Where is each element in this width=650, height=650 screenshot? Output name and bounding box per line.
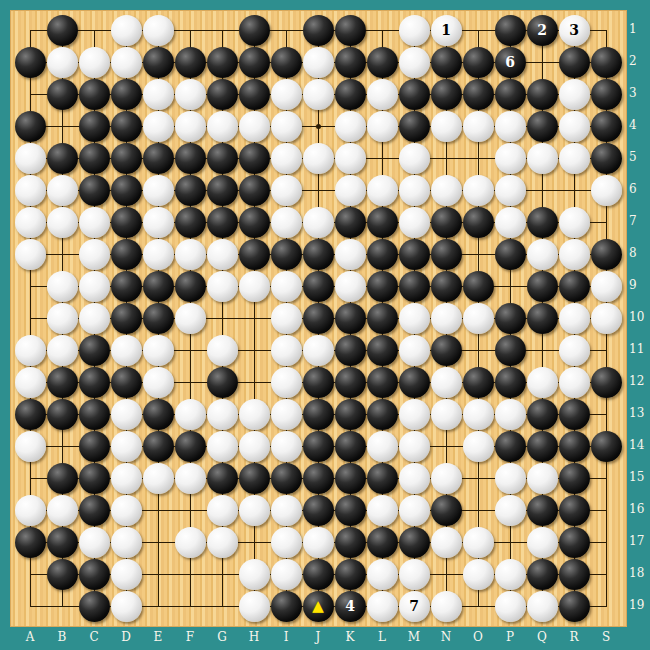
black-stone-A13[interactable] [15, 399, 46, 430]
black-stone-C15[interactable] [79, 463, 110, 494]
black-stone-R13[interactable] [559, 399, 590, 430]
black-stone-E10[interactable] [143, 303, 174, 334]
white-stone-S10[interactable] [591, 303, 622, 334]
board-intersection-Q2[interactable] [526, 46, 558, 78]
board-intersection-E19[interactable] [142, 590, 174, 622]
board-intersection-B14[interactable] [46, 430, 78, 462]
black-stone-D4[interactable] [111, 111, 142, 142]
black-stone-S2[interactable] [591, 47, 622, 78]
board-intersection-R6[interactable] [558, 174, 590, 206]
black-stone-K3[interactable] [335, 79, 366, 110]
white-stone-I7[interactable] [271, 207, 302, 238]
black-stone-J18[interactable] [303, 559, 334, 590]
white-stone-M1[interactable] [399, 15, 430, 46]
black-stone-Q16[interactable] [527, 495, 558, 526]
black-stone-D5[interactable] [111, 143, 142, 174]
white-stone-Q12[interactable] [527, 367, 558, 398]
white-stone-H18[interactable] [239, 559, 270, 590]
black-stone-I19[interactable] [271, 591, 302, 622]
black-stone-E14[interactable] [143, 431, 174, 462]
black-stone-P1[interactable] [495, 15, 526, 46]
black-stone-K14[interactable] [335, 431, 366, 462]
white-stone-D18[interactable] [111, 559, 142, 590]
white-stone-C8[interactable] [79, 239, 110, 270]
white-stone-I18[interactable] [271, 559, 302, 590]
black-stone-C3[interactable] [79, 79, 110, 110]
black-stone-J15[interactable] [303, 463, 334, 494]
black-stone-G3[interactable] [207, 79, 238, 110]
white-stone-I3[interactable] [271, 79, 302, 110]
white-stone-N12[interactable] [431, 367, 462, 398]
black-stone-F9[interactable] [175, 271, 206, 302]
black-stone-R2[interactable] [559, 47, 590, 78]
white-stone-B6[interactable] [47, 175, 78, 206]
black-stone-F14[interactable] [175, 431, 206, 462]
white-stone-F3[interactable] [175, 79, 206, 110]
black-stone-G2[interactable] [207, 47, 238, 78]
white-stone-J2[interactable] [303, 47, 334, 78]
white-stone-A14[interactable] [15, 431, 46, 462]
board-intersection-S1[interactable] [590, 14, 622, 46]
white-stone-P19[interactable] [495, 591, 526, 622]
black-stone-J10[interactable] [303, 303, 334, 334]
black-stone-J9[interactable] [303, 271, 334, 302]
white-stone-Q8[interactable] [527, 239, 558, 270]
black-stone-J8[interactable] [303, 239, 334, 270]
black-stone-O9[interactable] [463, 271, 494, 302]
black-stone-M9[interactable] [399, 271, 430, 302]
black-stone-Q10[interactable] [527, 303, 558, 334]
black-stone-J19[interactable]: ▲ [303, 591, 334, 622]
black-stone-F6[interactable] [175, 175, 206, 206]
black-stone-R15[interactable] [559, 463, 590, 494]
white-stone-C17[interactable] [79, 527, 110, 558]
board-intersection-F11[interactable] [174, 334, 206, 366]
black-stone-M12[interactable] [399, 367, 430, 398]
black-stone-N16[interactable] [431, 495, 462, 526]
black-stone-C4[interactable] [79, 111, 110, 142]
white-stone-L4[interactable] [367, 111, 398, 142]
white-stone-L16[interactable] [367, 495, 398, 526]
board-intersection-N18[interactable] [430, 558, 462, 590]
white-stone-G17[interactable] [207, 527, 238, 558]
black-stone-S14[interactable] [591, 431, 622, 462]
white-stone-B7[interactable] [47, 207, 78, 238]
white-stone-R8[interactable] [559, 239, 590, 270]
black-stone-Q18[interactable] [527, 559, 558, 590]
white-stone-N6[interactable] [431, 175, 462, 206]
white-stone-D19[interactable] [111, 591, 142, 622]
white-stone-G13[interactable] [207, 399, 238, 430]
white-stone-P15[interactable] [495, 463, 526, 494]
black-stone-D6[interactable] [111, 175, 142, 206]
white-stone-M14[interactable] [399, 431, 430, 462]
white-stone-P4[interactable] [495, 111, 526, 142]
board-intersection-O11[interactable] [462, 334, 494, 366]
white-stone-J3[interactable] [303, 79, 334, 110]
white-stone-I10[interactable] [271, 303, 302, 334]
white-stone-C2[interactable] [79, 47, 110, 78]
board-intersection-S16[interactable] [590, 494, 622, 526]
white-stone-E8[interactable] [143, 239, 174, 270]
white-stone-A8[interactable] [15, 239, 46, 270]
white-stone-F10[interactable] [175, 303, 206, 334]
white-stone-S6[interactable] [591, 175, 622, 206]
white-stone-I16[interactable] [271, 495, 302, 526]
black-stone-Q1[interactable]: 2 [527, 15, 558, 46]
board-intersection-H12[interactable] [238, 366, 270, 398]
black-stone-K2[interactable] [335, 47, 366, 78]
white-stone-D17[interactable] [111, 527, 142, 558]
board-intersection-P9[interactable] [494, 270, 526, 302]
white-stone-P6[interactable] [495, 175, 526, 206]
black-stone-R14[interactable] [559, 431, 590, 462]
black-stone-D12[interactable] [111, 367, 142, 398]
white-stone-S9[interactable] [591, 271, 622, 302]
black-stone-J16[interactable] [303, 495, 334, 526]
black-stone-S5[interactable] [591, 143, 622, 174]
black-stone-R18[interactable] [559, 559, 590, 590]
white-stone-I5[interactable] [271, 143, 302, 174]
white-stone-M15[interactable] [399, 463, 430, 494]
white-stone-B11[interactable] [47, 335, 78, 366]
black-stone-C11[interactable] [79, 335, 110, 366]
white-stone-K4[interactable] [335, 111, 366, 142]
board-intersection-S15[interactable] [590, 462, 622, 494]
white-stone-D15[interactable] [111, 463, 142, 494]
board-intersection-O8[interactable] [462, 238, 494, 270]
black-stone-K1[interactable] [335, 15, 366, 46]
black-stone-L13[interactable] [367, 399, 398, 430]
black-stone-P8[interactable] [495, 239, 526, 270]
board-intersection-A15[interactable] [14, 462, 46, 494]
white-stone-H13[interactable] [239, 399, 270, 430]
white-stone-B10[interactable] [47, 303, 78, 334]
board-intersection-S7[interactable] [590, 206, 622, 238]
white-stone-E11[interactable] [143, 335, 174, 366]
black-stone-D8[interactable] [111, 239, 142, 270]
white-stone-O14[interactable] [463, 431, 494, 462]
white-stone-H9[interactable] [239, 271, 270, 302]
white-stone-I11[interactable] [271, 335, 302, 366]
black-stone-O7[interactable] [463, 207, 494, 238]
board-intersection-H10[interactable] [238, 302, 270, 334]
white-stone-I17[interactable] [271, 527, 302, 558]
white-stone-P5[interactable] [495, 143, 526, 174]
board-intersection-E18[interactable] [142, 558, 174, 590]
black-stone-P11[interactable] [495, 335, 526, 366]
black-stone-L2[interactable] [367, 47, 398, 78]
board-intersection-F12[interactable] [174, 366, 206, 398]
white-stone-M13[interactable] [399, 399, 430, 430]
board-intersection-A18[interactable] [14, 558, 46, 590]
black-stone-N3[interactable] [431, 79, 462, 110]
white-stone-P7[interactable] [495, 207, 526, 238]
black-stone-M3[interactable] [399, 79, 430, 110]
white-stone-I9[interactable] [271, 271, 302, 302]
white-stone-C7[interactable] [79, 207, 110, 238]
black-stone-A2[interactable] [15, 47, 46, 78]
white-stone-R10[interactable] [559, 303, 590, 334]
white-stone-B16[interactable] [47, 495, 78, 526]
black-stone-B12[interactable] [47, 367, 78, 398]
black-stone-H1[interactable] [239, 15, 270, 46]
black-stone-C18[interactable] [79, 559, 110, 590]
black-stone-R9[interactable] [559, 271, 590, 302]
white-stone-J7[interactable] [303, 207, 334, 238]
white-stone-D14[interactable] [111, 431, 142, 462]
white-stone-Q5[interactable] [527, 143, 558, 174]
board-intersection-A1[interactable] [14, 14, 46, 46]
black-stone-E13[interactable] [143, 399, 174, 430]
white-stone-N13[interactable] [431, 399, 462, 430]
white-stone-M7[interactable] [399, 207, 430, 238]
board-intersection-N5[interactable] [430, 142, 462, 174]
white-stone-I12[interactable] [271, 367, 302, 398]
white-stone-H19[interactable] [239, 591, 270, 622]
white-stone-G14[interactable] [207, 431, 238, 462]
white-stone-N17[interactable] [431, 527, 462, 558]
white-stone-E15[interactable] [143, 463, 174, 494]
white-stone-K6[interactable] [335, 175, 366, 206]
board-intersection-G18[interactable] [206, 558, 238, 590]
black-stone-K10[interactable] [335, 303, 366, 334]
black-stone-H8[interactable] [239, 239, 270, 270]
black-stone-B17[interactable] [47, 527, 78, 558]
white-stone-Q15[interactable] [527, 463, 558, 494]
black-stone-R16[interactable] [559, 495, 590, 526]
board-intersection-S18[interactable] [590, 558, 622, 590]
board-intersection-B19[interactable] [46, 590, 78, 622]
board-intersection-Q6[interactable] [526, 174, 558, 206]
white-stone-L14[interactable] [367, 431, 398, 462]
black-stone-D10[interactable] [111, 303, 142, 334]
white-stone-M2[interactable] [399, 47, 430, 78]
black-stone-P2[interactable]: 6 [495, 47, 526, 78]
black-stone-I8[interactable] [271, 239, 302, 270]
black-stone-L9[interactable] [367, 271, 398, 302]
black-stone-H2[interactable] [239, 47, 270, 78]
black-stone-G15[interactable] [207, 463, 238, 494]
black-stone-M8[interactable] [399, 239, 430, 270]
white-stone-L18[interactable] [367, 559, 398, 590]
black-stone-K17[interactable] [335, 527, 366, 558]
white-stone-D16[interactable] [111, 495, 142, 526]
board-intersection-A19[interactable] [14, 590, 46, 622]
board-intersection-O5[interactable] [462, 142, 494, 174]
black-stone-P12[interactable] [495, 367, 526, 398]
black-stone-C12[interactable] [79, 367, 110, 398]
board-intersection-S13[interactable] [590, 398, 622, 430]
white-stone-O6[interactable] [463, 175, 494, 206]
white-stone-D1[interactable] [111, 15, 142, 46]
board-intersection-F16[interactable] [174, 494, 206, 526]
board-intersection-E16[interactable] [142, 494, 174, 526]
board-intersection-J4[interactable] [302, 110, 334, 142]
white-stone-M11[interactable] [399, 335, 430, 366]
white-stone-H4[interactable] [239, 111, 270, 142]
black-stone-C6[interactable] [79, 175, 110, 206]
white-stone-L6[interactable] [367, 175, 398, 206]
black-stone-B5[interactable] [47, 143, 78, 174]
black-stone-R17[interactable] [559, 527, 590, 558]
white-stone-M18[interactable] [399, 559, 430, 590]
white-stone-N10[interactable] [431, 303, 462, 334]
white-stone-G8[interactable] [207, 239, 238, 270]
black-stone-E2[interactable] [143, 47, 174, 78]
black-stone-Q4[interactable] [527, 111, 558, 142]
black-stone-P10[interactable] [495, 303, 526, 334]
board-intersection-J6[interactable] [302, 174, 334, 206]
white-stone-F8[interactable] [175, 239, 206, 270]
white-stone-K5[interactable] [335, 143, 366, 174]
white-stone-I13[interactable] [271, 399, 302, 430]
board-intersection-O16[interactable] [462, 494, 494, 526]
white-stone-A6[interactable] [15, 175, 46, 206]
black-stone-K12[interactable] [335, 367, 366, 398]
black-stone-F5[interactable] [175, 143, 206, 174]
white-stone-N4[interactable] [431, 111, 462, 142]
white-stone-A11[interactable] [15, 335, 46, 366]
black-stone-K15[interactable] [335, 463, 366, 494]
black-stone-L12[interactable] [367, 367, 398, 398]
board-intersection-S19[interactable] [590, 590, 622, 622]
board-intersection-A9[interactable] [14, 270, 46, 302]
white-stone-O18[interactable] [463, 559, 494, 590]
black-stone-G7[interactable] [207, 207, 238, 238]
black-stone-A4[interactable] [15, 111, 46, 142]
white-stone-R1[interactable]: 3 [559, 15, 590, 46]
white-stone-I4[interactable] [271, 111, 302, 142]
black-stone-H3[interactable] [239, 79, 270, 110]
white-stone-E6[interactable] [143, 175, 174, 206]
white-stone-P18[interactable] [495, 559, 526, 590]
white-stone-R12[interactable] [559, 367, 590, 398]
black-stone-G12[interactable] [207, 367, 238, 398]
white-stone-B2[interactable] [47, 47, 78, 78]
white-stone-G16[interactable] [207, 495, 238, 526]
black-stone-Q14[interactable] [527, 431, 558, 462]
white-stone-A7[interactable] [15, 207, 46, 238]
board-intersection-B8[interactable] [46, 238, 78, 270]
board-intersection-A10[interactable] [14, 302, 46, 334]
board-intersection-L1[interactable] [366, 14, 398, 46]
white-stone-P13[interactable] [495, 399, 526, 430]
white-stone-C9[interactable] [79, 271, 110, 302]
black-stone-C14[interactable] [79, 431, 110, 462]
black-stone-L15[interactable] [367, 463, 398, 494]
black-stone-B1[interactable] [47, 15, 78, 46]
white-stone-E12[interactable] [143, 367, 174, 398]
board-intersection-O1[interactable] [462, 14, 494, 46]
white-stone-Q17[interactable] [527, 527, 558, 558]
white-stone-R5[interactable] [559, 143, 590, 174]
board-intersection-H11[interactable] [238, 334, 270, 366]
black-stone-D9[interactable] [111, 271, 142, 302]
white-stone-E7[interactable] [143, 207, 174, 238]
black-stone-K19[interactable]: 4 [335, 591, 366, 622]
black-stone-H7[interactable] [239, 207, 270, 238]
white-stone-R4[interactable] [559, 111, 590, 142]
white-stone-J17[interactable] [303, 527, 334, 558]
white-stone-O4[interactable] [463, 111, 494, 142]
white-stone-D13[interactable] [111, 399, 142, 430]
white-stone-R7[interactable] [559, 207, 590, 238]
white-stone-L19[interactable] [367, 591, 398, 622]
black-stone-A17[interactable] [15, 527, 46, 558]
board-intersection-G1[interactable] [206, 14, 238, 46]
black-stone-P14[interactable] [495, 431, 526, 462]
black-stone-M4[interactable] [399, 111, 430, 142]
board-intersection-G10[interactable] [206, 302, 238, 334]
white-stone-M16[interactable] [399, 495, 430, 526]
black-stone-Q9[interactable] [527, 271, 558, 302]
white-stone-E1[interactable] [143, 15, 174, 46]
board-intersection-O19[interactable] [462, 590, 494, 622]
black-stone-K11[interactable] [335, 335, 366, 366]
black-stone-Q3[interactable] [527, 79, 558, 110]
black-stone-P3[interactable] [495, 79, 526, 110]
black-stone-C5[interactable] [79, 143, 110, 174]
black-stone-L10[interactable] [367, 303, 398, 334]
white-stone-N15[interactable] [431, 463, 462, 494]
board-intersection-O15[interactable] [462, 462, 494, 494]
black-stone-N9[interactable] [431, 271, 462, 302]
white-stone-M6[interactable] [399, 175, 430, 206]
black-stone-S8[interactable] [591, 239, 622, 270]
white-stone-H14[interactable] [239, 431, 270, 462]
board-intersection-B4[interactable] [46, 110, 78, 142]
black-stone-K18[interactable] [335, 559, 366, 590]
board-intersection-A3[interactable] [14, 78, 46, 110]
white-stone-N19[interactable] [431, 591, 462, 622]
white-stone-H16[interactable] [239, 495, 270, 526]
white-stone-F17[interactable] [175, 527, 206, 558]
black-stone-L11[interactable] [367, 335, 398, 366]
black-stone-K16[interactable] [335, 495, 366, 526]
black-stone-R19[interactable] [559, 591, 590, 622]
black-stone-C13[interactable] [79, 399, 110, 430]
white-stone-O17[interactable] [463, 527, 494, 558]
board-intersection-P17[interactable] [494, 526, 526, 558]
board-intersection-L5[interactable] [366, 142, 398, 174]
black-stone-K13[interactable] [335, 399, 366, 430]
white-stone-F4[interactable] [175, 111, 206, 142]
black-stone-L17[interactable] [367, 527, 398, 558]
black-stone-S4[interactable] [591, 111, 622, 142]
white-stone-I6[interactable] [271, 175, 302, 206]
black-stone-S3[interactable] [591, 79, 622, 110]
black-stone-B18[interactable] [47, 559, 78, 590]
black-stone-G6[interactable] [207, 175, 238, 206]
black-stone-Q13[interactable] [527, 399, 558, 430]
white-stone-O10[interactable] [463, 303, 494, 334]
white-stone-F15[interactable] [175, 463, 206, 494]
black-stone-N11[interactable] [431, 335, 462, 366]
white-stone-D2[interactable] [111, 47, 142, 78]
black-stone-J14[interactable] [303, 431, 334, 462]
white-stone-K8[interactable] [335, 239, 366, 270]
white-stone-A12[interactable] [15, 367, 46, 398]
white-stone-J5[interactable] [303, 143, 334, 174]
black-stone-L8[interactable] [367, 239, 398, 270]
black-stone-K7[interactable] [335, 207, 366, 238]
white-stone-O13[interactable] [463, 399, 494, 430]
black-stone-B15[interactable] [47, 463, 78, 494]
black-stone-N7[interactable] [431, 207, 462, 238]
white-stone-J11[interactable] [303, 335, 334, 366]
white-stone-M5[interactable] [399, 143, 430, 174]
